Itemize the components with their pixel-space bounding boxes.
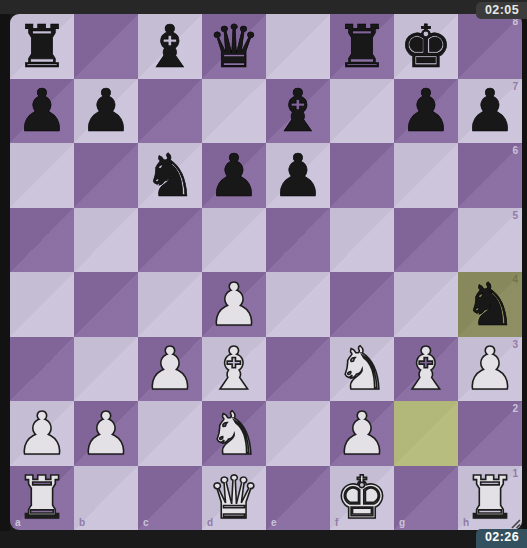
square-a1[interactable]: ♜a (10, 466, 74, 531)
page-background-left (0, 0, 10, 548)
white-pawn-h3[interactable]: ♟ (458, 337, 522, 402)
square-c6[interactable]: ♞ (138, 143, 202, 208)
page-background-top (0, 0, 527, 14)
square-f4[interactable] (330, 272, 394, 337)
square-a7[interactable]: ♟ (10, 79, 74, 144)
square-h1[interactable]: ♜h1 (458, 466, 522, 531)
square-e4[interactable] (266, 272, 330, 337)
coord-file-g: g (399, 517, 405, 528)
square-b1[interactable]: b (74, 466, 138, 531)
square-b2[interactable]: ♟ (74, 401, 138, 466)
black-pawn-h7[interactable]: ♟ (458, 79, 522, 144)
square-e8[interactable] (266, 14, 330, 79)
square-g4[interactable] (394, 272, 458, 337)
square-g6[interactable] (394, 143, 458, 208)
square-b4[interactable] (74, 272, 138, 337)
white-knight-d2[interactable]: ♞ (202, 401, 266, 466)
clock-black-time: 02:05 (485, 3, 519, 17)
square-d1[interactable]: ♛d (202, 466, 266, 531)
square-d4[interactable]: ♟ (202, 272, 266, 337)
coord-rank-2: 2 (512, 403, 518, 414)
white-pawn-d4[interactable]: ♟ (202, 272, 266, 337)
board-resize-grip-icon[interactable] (508, 516, 521, 529)
square-c4[interactable] (138, 272, 202, 337)
square-b8[interactable] (74, 14, 138, 79)
square-e1[interactable]: e (266, 466, 330, 531)
square-d3[interactable]: ♝ (202, 337, 266, 402)
square-f7[interactable] (330, 79, 394, 144)
square-d7[interactable] (202, 79, 266, 144)
clock-white: 02:26 (476, 529, 527, 548)
coord-rank-6: 6 (512, 145, 518, 156)
black-pawn-b7[interactable]: ♟ (74, 79, 138, 144)
coord-file-b: b (79, 517, 85, 528)
square-e2[interactable] (266, 401, 330, 466)
square-g8[interactable]: ♚ (394, 14, 458, 79)
square-g5[interactable] (394, 208, 458, 273)
black-knight-c6[interactable]: ♞ (138, 143, 202, 208)
black-pawn-e6[interactable]: ♟ (266, 143, 330, 208)
black-knight-h4[interactable]: ♞ (458, 272, 522, 337)
square-h8[interactable]: 8 (458, 14, 522, 79)
clock-white-time: 02:26 (485, 530, 519, 544)
square-c2[interactable] (138, 401, 202, 466)
white-pawn-b2[interactable]: ♟ (74, 401, 138, 466)
coord-file-c: c (143, 517, 149, 528)
square-g1[interactable]: g (394, 466, 458, 531)
square-d8[interactable]: ♛ (202, 14, 266, 79)
square-f1[interactable]: ♚f (330, 466, 394, 531)
white-bishop-g3[interactable]: ♝ (394, 337, 458, 402)
square-c5[interactable] (138, 208, 202, 273)
black-king-g8[interactable]: ♚ (394, 14, 458, 79)
white-bishop-d3[interactable]: ♝ (202, 337, 266, 402)
coord-file-e: e (271, 517, 277, 528)
square-g2[interactable] (394, 401, 458, 466)
square-e3[interactable] (266, 337, 330, 402)
white-king-f1[interactable]: ♚ (330, 466, 394, 531)
white-knight-f3[interactable]: ♞ (330, 337, 394, 402)
square-a8[interactable]: ♜ (10, 14, 74, 79)
white-pawn-f2[interactable]: ♟ (330, 401, 394, 466)
square-c1[interactable]: c (138, 466, 202, 531)
square-a2[interactable]: ♟ (10, 401, 74, 466)
square-g3[interactable]: ♝ (394, 337, 458, 402)
white-pawn-c3[interactable]: ♟ (138, 337, 202, 402)
square-a4[interactable] (10, 272, 74, 337)
black-rook-f8[interactable]: ♜ (330, 14, 394, 79)
square-h7[interactable]: ♟7 (458, 79, 522, 144)
black-pawn-g7[interactable]: ♟ (394, 79, 458, 144)
square-a3[interactable] (10, 337, 74, 402)
square-h6[interactable]: 6 (458, 143, 522, 208)
white-pawn-a2[interactable]: ♟ (10, 401, 74, 466)
chess-board: ♜♝♛♜♚8♟♟♝♟♟7♞♟♟65♟♞4♟♝♞♝♟3♟♟♞♟2♜abc♛de♚f… (10, 14, 522, 530)
square-f2[interactable]: ♟ (330, 401, 394, 466)
square-b3[interactable] (74, 337, 138, 402)
square-a6[interactable] (10, 143, 74, 208)
square-c3[interactable]: ♟ (138, 337, 202, 402)
black-rook-a8[interactable]: ♜ (10, 14, 74, 79)
square-f6[interactable] (330, 143, 394, 208)
page: 02:05 ♜♝♛♜♚8♟♟♝♟♟7♞♟♟65♟♞4♟♝♞♝♟3♟♟♞♟2♜ab… (0, 0, 527, 548)
square-h5[interactable]: 5 (458, 208, 522, 273)
square-a5[interactable] (10, 208, 74, 273)
square-e6[interactable]: ♟ (266, 143, 330, 208)
square-b6[interactable] (74, 143, 138, 208)
square-b7[interactable]: ♟ (74, 79, 138, 144)
black-pawn-d6[interactable]: ♟ (202, 143, 266, 208)
square-b5[interactable] (74, 208, 138, 273)
square-f3[interactable]: ♞ (330, 337, 394, 402)
square-g7[interactable]: ♟ (394, 79, 458, 144)
square-h3[interactable]: ♟3 (458, 337, 522, 402)
square-f5[interactable] (330, 208, 394, 273)
square-d5[interactable] (202, 208, 266, 273)
square-f8[interactable]: ♜ (330, 14, 394, 79)
square-h4[interactable]: ♞4 (458, 272, 522, 337)
square-d2[interactable]: ♞ (202, 401, 266, 466)
square-e7[interactable]: ♝ (266, 79, 330, 144)
black-pawn-a7[interactable]: ♟ (10, 79, 74, 144)
coord-rank-5: 5 (512, 210, 518, 221)
white-rook-a1[interactable]: ♜ (10, 466, 74, 531)
square-c8[interactable]: ♝ (138, 14, 202, 79)
square-d6[interactable]: ♟ (202, 143, 266, 208)
black-queen-d8[interactable]: ♛ (202, 14, 266, 79)
black-bishop-e7[interactable]: ♝ (266, 79, 330, 144)
square-e5[interactable] (266, 208, 330, 273)
square-c7[interactable] (138, 79, 202, 144)
clock-black: 02:05 (476, 2, 527, 19)
page-background-bottom (0, 531, 527, 548)
square-h2[interactable]: 2 (458, 401, 522, 466)
page-background-right (522, 0, 527, 548)
black-bishop-c8[interactable]: ♝ (138, 14, 202, 79)
white-queen-d1[interactable]: ♛ (202, 466, 266, 531)
